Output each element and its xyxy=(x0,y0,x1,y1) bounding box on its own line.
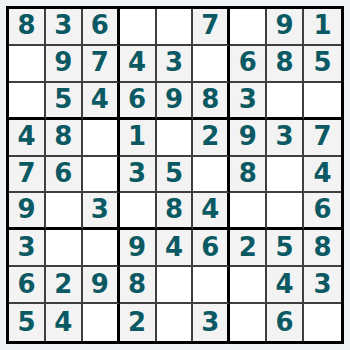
cell-r9c5[interactable] xyxy=(157,304,194,341)
cell-r5c2[interactable]: 6 xyxy=(46,157,83,194)
cell-r9c9[interactable] xyxy=(304,304,341,341)
cell-digit: 8 xyxy=(276,49,294,75)
cell-r4c3[interactable] xyxy=(83,120,120,157)
cell-r7c9[interactable]: 8 xyxy=(304,230,341,267)
cell-r6c1[interactable]: 9 xyxy=(9,193,46,230)
cell-digit: 3 xyxy=(201,309,219,335)
cell-r2c6[interactable] xyxy=(193,46,230,83)
cell-r7c8[interactable]: 5 xyxy=(267,230,304,267)
cell-r8c5[interactable] xyxy=(157,267,194,304)
cell-r9c6[interactable]: 3 xyxy=(193,304,230,341)
cell-r6c8[interactable] xyxy=(267,193,304,230)
cell-r8c2[interactable]: 2 xyxy=(46,267,83,304)
cell-r4c4[interactable]: 1 xyxy=(120,120,157,157)
cell-digit: 4 xyxy=(17,123,35,149)
cell-r7c3[interactable] xyxy=(83,230,120,267)
cell-digit: 8 xyxy=(314,234,332,260)
cell-r1c1[interactable]: 8 xyxy=(9,9,46,46)
cell-r6c4[interactable] xyxy=(120,193,157,230)
cell-r1c3[interactable]: 6 xyxy=(83,9,120,46)
cell-digit: 6 xyxy=(17,271,35,297)
cell-digit: 4 xyxy=(165,234,183,260)
cell-r8c9[interactable]: 3 xyxy=(304,267,341,304)
cell-r5c6[interactable] xyxy=(193,157,230,194)
cell-digit: 1 xyxy=(128,123,146,149)
cell-r2c7[interactable]: 6 xyxy=(230,46,267,83)
cell-r4c2[interactable]: 8 xyxy=(46,120,83,157)
cell-digit: 5 xyxy=(54,86,72,112)
cell-digit: 3 xyxy=(314,271,332,297)
cell-digit: 5 xyxy=(314,49,332,75)
cell-r4c6[interactable]: 2 xyxy=(193,120,230,157)
cell-digit: 5 xyxy=(17,309,35,335)
cell-digit: 7 xyxy=(314,123,332,149)
cell-digit: 9 xyxy=(239,123,257,149)
cell-digit: 7 xyxy=(17,160,35,186)
cell-r3c5[interactable]: 9 xyxy=(157,83,194,120)
cell-digit: 8 xyxy=(128,271,146,297)
cell-r9c1[interactable]: 5 xyxy=(9,304,46,341)
cell-r4c5[interactable] xyxy=(157,120,194,157)
cell-digit: 7 xyxy=(91,49,109,75)
cell-r8c7[interactable] xyxy=(230,267,267,304)
cell-r2c8[interactable]: 8 xyxy=(267,46,304,83)
cell-digit: 6 xyxy=(276,309,294,335)
cell-digit: 3 xyxy=(128,160,146,186)
cell-digit: 6 xyxy=(91,12,109,38)
cell-digit: 5 xyxy=(165,160,183,186)
cell-digit: 3 xyxy=(276,123,294,149)
cell-r6c5[interactable]: 8 xyxy=(157,193,194,230)
cell-r1c8[interactable]: 9 xyxy=(267,9,304,46)
cell-r8c1[interactable]: 6 xyxy=(9,267,46,304)
cell-r5c8[interactable] xyxy=(267,157,304,194)
cell-r2c1[interactable] xyxy=(9,46,46,83)
cell-r1c5[interactable] xyxy=(157,9,194,46)
cell-r3c7[interactable]: 3 xyxy=(230,83,267,120)
cell-r3c1[interactable] xyxy=(9,83,46,120)
cell-r5c7[interactable]: 8 xyxy=(230,157,267,194)
cell-r3c3[interactable]: 4 xyxy=(83,83,120,120)
cell-digit: 6 xyxy=(239,49,257,75)
cell-digit: 4 xyxy=(91,86,109,112)
cell-r1c2[interactable]: 3 xyxy=(46,9,83,46)
cell-r1c9[interactable]: 1 xyxy=(304,9,341,46)
cell-digit: 3 xyxy=(165,49,183,75)
cell-r4c1[interactable]: 4 xyxy=(9,120,46,157)
cell-r8c8[interactable]: 4 xyxy=(267,267,304,304)
cell-r5c3[interactable] xyxy=(83,157,120,194)
cell-r7c2[interactable] xyxy=(46,230,83,267)
cell-r8c4[interactable]: 8 xyxy=(120,267,157,304)
cell-digit: 4 xyxy=(314,160,332,186)
cell-digit: 4 xyxy=(276,271,294,297)
cell-r2c4[interactable]: 4 xyxy=(120,46,157,83)
cell-r9c7[interactable] xyxy=(230,304,267,341)
cell-r7c7[interactable]: 2 xyxy=(230,230,267,267)
cell-r3c8[interactable] xyxy=(267,83,304,120)
cell-digit: 8 xyxy=(201,86,219,112)
cell-r8c6[interactable] xyxy=(193,267,230,304)
cell-r2c2[interactable]: 9 xyxy=(46,46,83,83)
cell-r4c8[interactable]: 3 xyxy=(267,120,304,157)
cell-digit: 1 xyxy=(314,12,332,38)
cell-r9c3[interactable] xyxy=(83,304,120,341)
cell-r9c2[interactable]: 4 xyxy=(46,304,83,341)
cell-r2c9[interactable]: 5 xyxy=(304,46,341,83)
cell-digit: 9 xyxy=(276,12,294,38)
cell-digit: 4 xyxy=(128,49,146,75)
cell-r5c5[interactable]: 5 xyxy=(157,157,194,194)
cell-digit: 9 xyxy=(91,271,109,297)
cell-r6c9[interactable]: 6 xyxy=(304,193,341,230)
cell-r1c7[interactable] xyxy=(230,9,267,46)
cell-r2c3[interactable]: 7 xyxy=(83,46,120,83)
cell-digit: 2 xyxy=(239,234,257,260)
cell-digit: 3 xyxy=(239,86,257,112)
cell-r3c4[interactable]: 6 xyxy=(120,83,157,120)
cell-digit: 9 xyxy=(17,196,35,222)
cell-digit: 3 xyxy=(91,196,109,222)
cell-digit: 6 xyxy=(201,234,219,260)
cell-digit: 8 xyxy=(165,196,183,222)
cell-r4c7[interactable]: 9 xyxy=(230,120,267,157)
cell-r6c7[interactable] xyxy=(230,193,267,230)
cell-digit: 9 xyxy=(165,86,183,112)
cell-r1c4[interactable] xyxy=(120,9,157,46)
cell-digit: 4 xyxy=(201,196,219,222)
cell-r7c5[interactable]: 4 xyxy=(157,230,194,267)
cell-r2c5[interactable]: 3 xyxy=(157,46,194,83)
cell-r3c6[interactable]: 8 xyxy=(193,83,230,120)
cell-digit: 3 xyxy=(17,234,35,260)
cell-digit: 8 xyxy=(17,12,35,38)
cell-r9c4[interactable]: 2 xyxy=(120,304,157,341)
cell-digit: 8 xyxy=(54,123,72,149)
cell-digit: 7 xyxy=(201,12,219,38)
cell-digit: 5 xyxy=(276,234,294,260)
cell-r3c2[interactable]: 5 xyxy=(46,83,83,120)
cell-r8c3[interactable]: 9 xyxy=(83,267,120,304)
cell-r7c4[interactable]: 9 xyxy=(120,230,157,267)
cell-digit: 2 xyxy=(201,123,219,149)
cell-r6c3[interactable]: 3 xyxy=(83,193,120,230)
cell-digit: 2 xyxy=(54,271,72,297)
cell-r5c9[interactable]: 4 xyxy=(304,157,341,194)
cell-digit: 6 xyxy=(128,86,146,112)
cell-digit: 6 xyxy=(314,196,332,222)
cell-r7c1[interactable]: 3 xyxy=(9,230,46,267)
cell-r3c9[interactable] xyxy=(304,83,341,120)
sudoku-board: 8367919743685546983481293776358493846394… xyxy=(6,6,344,344)
cell-digit: 3 xyxy=(54,12,72,38)
cell-digit: 6 xyxy=(54,160,72,186)
cell-r1c6[interactable]: 7 xyxy=(193,9,230,46)
cell-r6c2[interactable] xyxy=(46,193,83,230)
cell-r5c4[interactable]: 3 xyxy=(120,157,157,194)
sudoku-board-wrap: 8367919743685546983481293776358493846394… xyxy=(6,6,344,344)
cell-digit: 8 xyxy=(239,160,257,186)
cell-r7c6[interactable]: 6 xyxy=(193,230,230,267)
cell-digit: 4 xyxy=(54,309,72,335)
cell-digit: 2 xyxy=(128,309,146,335)
cell-r9c8[interactable]: 6 xyxy=(267,304,304,341)
cell-r5c1[interactable]: 7 xyxy=(9,157,46,194)
cell-digit: 9 xyxy=(128,234,146,260)
cell-r6c6[interactable]: 4 xyxy=(193,193,230,230)
cell-digit: 9 xyxy=(54,49,72,75)
cell-r4c9[interactable]: 7 xyxy=(304,120,341,157)
